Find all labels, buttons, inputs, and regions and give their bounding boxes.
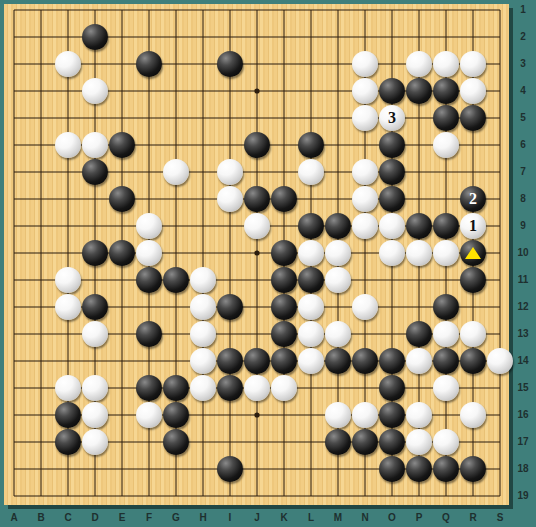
stone-black-J6[interactable] xyxy=(244,132,270,158)
stone-white-I7[interactable] xyxy=(217,159,243,185)
stone-black-Q18[interactable] xyxy=(433,456,459,482)
stone-black-D2[interactable] xyxy=(82,24,108,50)
stone-black-K10[interactable] xyxy=(271,240,297,266)
stone-white-D6[interactable] xyxy=(82,132,108,158)
stone-white-R9[interactable]: 1 xyxy=(460,213,486,239)
stone-white-J15[interactable] xyxy=(244,375,270,401)
stone-white-J9[interactable] xyxy=(244,213,270,239)
stone-white-L13[interactable] xyxy=(298,321,324,347)
stone-black-R5[interactable] xyxy=(460,105,486,131)
stone-white-F10[interactable] xyxy=(136,240,162,266)
stone-black-N17[interactable] xyxy=(352,429,378,455)
stone-black-R14[interactable] xyxy=(460,348,486,374)
move-number-3: 3 xyxy=(388,110,396,126)
move-number-2: 2 xyxy=(469,191,477,207)
stone-white-F9[interactable] xyxy=(136,213,162,239)
row-label-9: 9 xyxy=(511,219,535,233)
stone-black-O4[interactable] xyxy=(379,78,405,104)
stone-white-O10[interactable] xyxy=(379,240,405,266)
stone-black-C16[interactable] xyxy=(55,402,81,428)
stone-black-P4[interactable] xyxy=(406,78,432,104)
stone-white-N7[interactable] xyxy=(352,159,378,185)
stone-black-G17[interactable] xyxy=(163,429,189,455)
stone-black-L9[interactable] xyxy=(298,213,324,239)
row-label-7: 7 xyxy=(511,165,535,179)
stone-black-G16[interactable] xyxy=(163,402,189,428)
stone-black-G15[interactable] xyxy=(163,375,189,401)
stone-black-M17[interactable] xyxy=(325,429,351,455)
stone-black-R18[interactable] xyxy=(460,456,486,482)
stone-black-N14[interactable] xyxy=(352,348,378,374)
stone-black-E6[interactable] xyxy=(109,132,135,158)
go-game-window: 321 ABCDEFGHIJKLMNOPQRS 1234567891011121… xyxy=(0,0,536,527)
column-label-K: K xyxy=(271,511,297,525)
stone-white-D15[interactable] xyxy=(82,375,108,401)
stone-black-O14[interactable] xyxy=(379,348,405,374)
column-label-E: E xyxy=(109,511,135,525)
stone-white-L7[interactable] xyxy=(298,159,324,185)
stone-white-M11[interactable] xyxy=(325,267,351,293)
stone-white-P14[interactable] xyxy=(406,348,432,374)
column-label-S: S xyxy=(487,511,513,525)
stone-black-I15[interactable] xyxy=(217,375,243,401)
row-label-13: 13 xyxy=(511,327,535,341)
stone-white-I8[interactable] xyxy=(217,186,243,212)
stone-black-L6[interactable] xyxy=(298,132,324,158)
stone-white-Q15[interactable] xyxy=(433,375,459,401)
stone-white-M13[interactable] xyxy=(325,321,351,347)
stone-white-H12[interactable] xyxy=(190,294,216,320)
stone-black-O18[interactable] xyxy=(379,456,405,482)
stone-black-Q5[interactable] xyxy=(433,105,459,131)
stone-black-P13[interactable] xyxy=(406,321,432,347)
stone-white-P3[interactable] xyxy=(406,51,432,77)
row-label-12: 12 xyxy=(511,300,535,314)
stone-black-R8[interactable]: 2 xyxy=(460,186,486,212)
column-label-H: H xyxy=(190,511,216,525)
stone-black-C17[interactable] xyxy=(55,429,81,455)
stone-white-C11[interactable] xyxy=(55,267,81,293)
stone-white-N16[interactable] xyxy=(352,402,378,428)
stone-black-D10[interactable] xyxy=(82,240,108,266)
stone-black-O17[interactable] xyxy=(379,429,405,455)
stone-white-N8[interactable] xyxy=(352,186,378,212)
row-label-14: 14 xyxy=(511,354,535,368)
column-label-O: O xyxy=(379,511,405,525)
stone-white-N12[interactable] xyxy=(352,294,378,320)
stone-black-K8[interactable] xyxy=(271,186,297,212)
stone-white-Q3[interactable] xyxy=(433,51,459,77)
stone-white-Q17[interactable] xyxy=(433,429,459,455)
stone-black-E10[interactable] xyxy=(109,240,135,266)
column-label-N: N xyxy=(352,511,378,525)
stone-black-J14[interactable] xyxy=(244,348,270,374)
stone-black-F15[interactable] xyxy=(136,375,162,401)
stone-white-L12[interactable] xyxy=(298,294,324,320)
stone-black-P18[interactable] xyxy=(406,456,432,482)
row-label-17: 17 xyxy=(511,435,535,449)
row-label-4: 4 xyxy=(511,84,535,98)
column-label-B: B xyxy=(28,511,54,525)
stone-white-L10[interactable] xyxy=(298,240,324,266)
stone-white-D16[interactable] xyxy=(82,402,108,428)
stone-white-N9[interactable] xyxy=(352,213,378,239)
stone-white-R4[interactable] xyxy=(460,78,486,104)
stone-white-H13[interactable] xyxy=(190,321,216,347)
stone-black-K13[interactable] xyxy=(271,321,297,347)
stone-black-I3[interactable] xyxy=(217,51,243,77)
stone-white-C6[interactable] xyxy=(55,132,81,158)
stone-black-G11[interactable] xyxy=(163,267,189,293)
stone-black-I12[interactable] xyxy=(217,294,243,320)
stone-black-R10[interactable] xyxy=(460,240,486,266)
stone-white-S14[interactable] xyxy=(487,348,513,374)
column-label-C: C xyxy=(55,511,81,525)
triangle-marker-icon xyxy=(465,247,481,259)
stone-black-K11[interactable] xyxy=(271,267,297,293)
stone-white-D4[interactable] xyxy=(82,78,108,104)
row-label-6: 6 xyxy=(511,138,535,152)
stone-black-M9[interactable] xyxy=(325,213,351,239)
stone-white-N5[interactable] xyxy=(352,105,378,131)
stone-white-G7[interactable] xyxy=(163,159,189,185)
stone-white-H15[interactable] xyxy=(190,375,216,401)
row-label-11: 11 xyxy=(511,273,535,287)
stone-black-F13[interactable] xyxy=(136,321,162,347)
column-label-M: M xyxy=(325,511,351,525)
column-label-F: F xyxy=(136,511,162,525)
column-label-I: I xyxy=(217,511,243,525)
stone-white-N3[interactable] xyxy=(352,51,378,77)
row-label-5: 5 xyxy=(511,111,535,125)
stone-black-Q9[interactable] xyxy=(433,213,459,239)
stone-black-R11[interactable] xyxy=(460,267,486,293)
stone-black-P9[interactable] xyxy=(406,213,432,239)
stone-black-D12[interactable] xyxy=(82,294,108,320)
stone-white-D13[interactable] xyxy=(82,321,108,347)
stone-white-L14[interactable] xyxy=(298,348,324,374)
stone-white-D17[interactable] xyxy=(82,429,108,455)
stone-black-O7[interactable] xyxy=(379,159,405,185)
stone-black-E8[interactable] xyxy=(109,186,135,212)
row-label-2: 2 xyxy=(511,30,535,44)
stone-white-C3[interactable] xyxy=(55,51,81,77)
stone-white-P17[interactable] xyxy=(406,429,432,455)
move-number-1: 1 xyxy=(469,218,477,234)
stone-white-H11[interactable] xyxy=(190,267,216,293)
column-label-P: P xyxy=(406,511,432,525)
stone-white-R16[interactable] xyxy=(460,402,486,428)
row-label-19: 19 xyxy=(511,489,535,503)
stone-black-O16[interactable] xyxy=(379,402,405,428)
stone-black-O15[interactable] xyxy=(379,375,405,401)
column-label-G: G xyxy=(163,511,189,525)
stone-white-F16[interactable] xyxy=(136,402,162,428)
column-label-L: L xyxy=(298,511,324,525)
stone-black-O6[interactable] xyxy=(379,132,405,158)
stone-black-M14[interactable] xyxy=(325,348,351,374)
stone-white-R13[interactable] xyxy=(460,321,486,347)
stone-white-H14[interactable] xyxy=(190,348,216,374)
stone-white-P10[interactable] xyxy=(406,240,432,266)
stone-white-R3[interactable] xyxy=(460,51,486,77)
stone-white-Q10[interactable] xyxy=(433,240,459,266)
row-label-8: 8 xyxy=(511,192,535,206)
stone-black-O8[interactable] xyxy=(379,186,405,212)
stone-black-Q14[interactable] xyxy=(433,348,459,374)
stone-white-Q6[interactable] xyxy=(433,132,459,158)
row-label-3: 3 xyxy=(511,57,535,71)
stone-black-K12[interactable] xyxy=(271,294,297,320)
column-label-A: A xyxy=(1,511,27,525)
stone-white-Q13[interactable] xyxy=(433,321,459,347)
stone-black-I18[interactable] xyxy=(217,456,243,482)
row-label-16: 16 xyxy=(511,408,535,422)
row-label-10: 10 xyxy=(511,246,535,260)
stone-white-M16[interactable] xyxy=(325,402,351,428)
stone-white-M10[interactable] xyxy=(325,240,351,266)
stone-white-O5[interactable]: 3 xyxy=(379,105,405,131)
stone-black-K14[interactable] xyxy=(271,348,297,374)
stone-black-L11[interactable] xyxy=(298,267,324,293)
row-label-1: 1 xyxy=(511,3,535,17)
stone-white-C12[interactable] xyxy=(55,294,81,320)
stone-black-F3[interactable] xyxy=(136,51,162,77)
stone-white-P16[interactable] xyxy=(406,402,432,428)
stone-white-K15[interactable] xyxy=(271,375,297,401)
stone-black-I14[interactable] xyxy=(217,348,243,374)
stone-white-O9[interactable] xyxy=(379,213,405,239)
stone-black-Q12[interactable] xyxy=(433,294,459,320)
column-label-Q: Q xyxy=(433,511,459,525)
stone-black-J8[interactable] xyxy=(244,186,270,212)
stone-white-C15[interactable] xyxy=(55,375,81,401)
column-label-R: R xyxy=(460,511,486,525)
stone-black-D7[interactable] xyxy=(82,159,108,185)
column-label-D: D xyxy=(82,511,108,525)
column-label-J: J xyxy=(244,511,270,525)
stone-black-Q4[interactable] xyxy=(433,78,459,104)
stone-black-F11[interactable] xyxy=(136,267,162,293)
row-label-15: 15 xyxy=(511,381,535,395)
stone-white-N4[interactable] xyxy=(352,78,378,104)
row-label-18: 18 xyxy=(511,462,535,476)
